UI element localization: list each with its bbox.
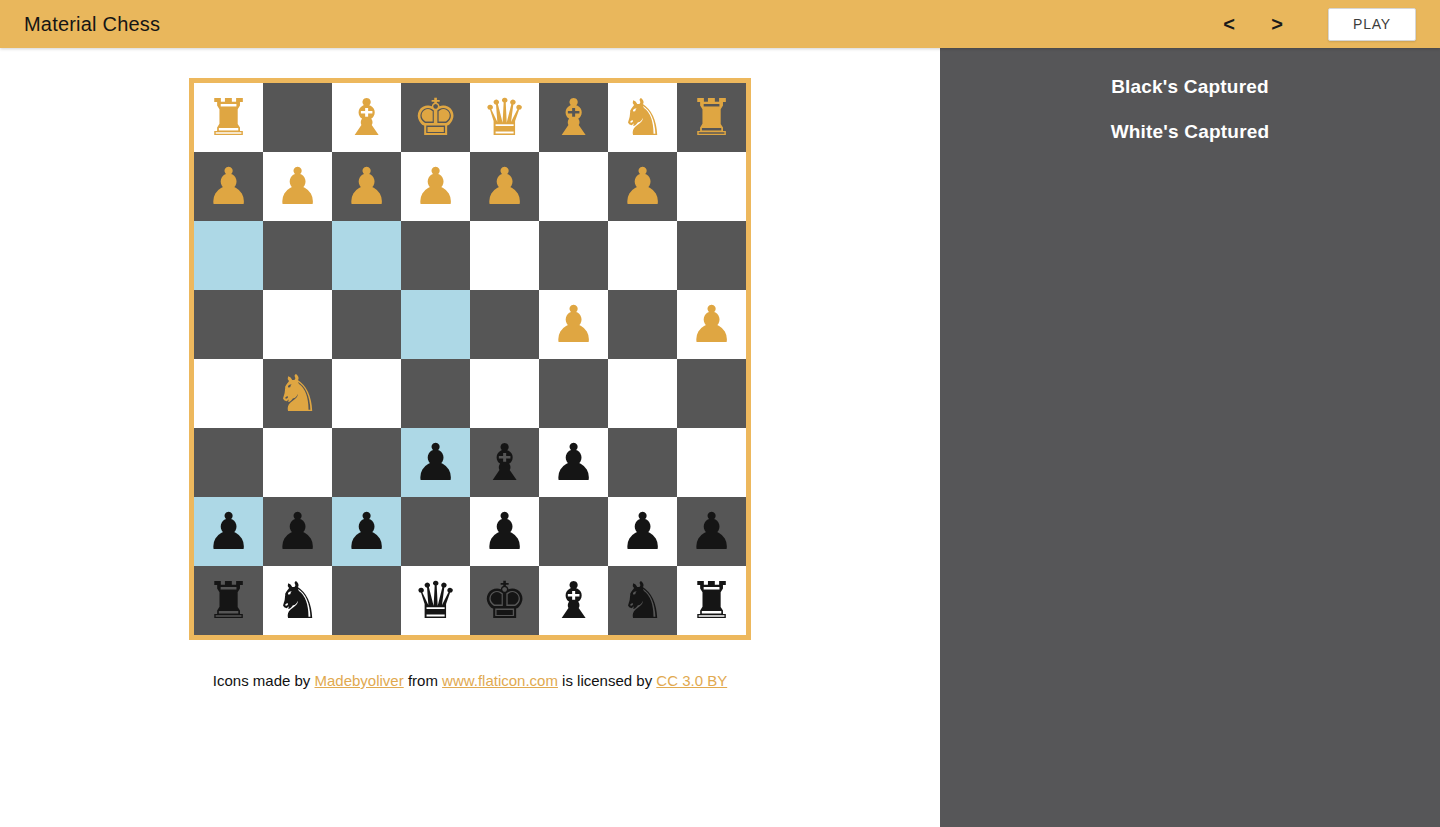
black-pawn-icon: ♟ [470,497,539,566]
white-bishop-icon: ♝ [332,83,401,152]
square[interactable]: ♜ [194,83,263,152]
square[interactable] [194,290,263,359]
square[interactable]: ♟ [470,152,539,221]
icon-attribution: Icons made by Madebyoliver from www.flat… [213,672,727,689]
square[interactable]: ♟ [332,497,401,566]
square[interactable]: ♞ [608,566,677,635]
square[interactable]: ♛ [401,566,470,635]
cc-license-link[interactable]: CC 3.0 BY [656,672,727,689]
square[interactable]: ♟ [608,152,677,221]
square[interactable] [263,290,332,359]
black-bishop-icon: ♝ [539,566,608,635]
white-pawn-icon: ♟ [608,152,677,221]
white-pawn-icon: ♟ [332,152,401,221]
black-knight-icon: ♞ [263,566,332,635]
chevron-left-icon: < [1223,13,1235,35]
square[interactable] [539,221,608,290]
square[interactable]: ♞ [263,566,332,635]
square[interactable] [470,290,539,359]
square[interactable]: ♛ [470,83,539,152]
square[interactable] [677,428,746,497]
black-pawn-icon: ♟ [539,428,608,497]
white-pawn-icon: ♟ [677,290,746,359]
square[interactable]: ♟ [332,152,401,221]
attribution-text: from [404,672,442,689]
white-bishop-icon: ♝ [539,83,608,152]
previous-move-button[interactable]: < [1212,7,1246,41]
square[interactable] [194,221,263,290]
square[interactable]: ♞ [263,359,332,428]
play-button[interactable]: PLAY [1328,8,1416,41]
madebyoliver-link[interactable]: Madebyoliver [315,672,404,689]
square[interactable] [608,290,677,359]
square[interactable] [332,221,401,290]
white-king-icon: ♚ [401,83,470,152]
square[interactable]: ♟ [470,497,539,566]
square[interactable]: ♟ [194,152,263,221]
toolbar-actions: < > PLAY [1212,7,1416,41]
black-pawn-icon: ♟ [677,497,746,566]
square[interactable]: ♟ [194,497,263,566]
square[interactable] [539,497,608,566]
white-rook-icon: ♜ [194,83,263,152]
square[interactable] [401,497,470,566]
main-content: ♜♝♚♛♝♞♜♟♟♟♟♟♟♟♟♞♟♝♟♟♟♟♟♟♟♜♞♛♚♝♞♜ Icons m… [0,48,1440,827]
square[interactable] [677,359,746,428]
white-pawn-icon: ♟ [401,152,470,221]
black-bishop-icon: ♝ [470,428,539,497]
white-pawn-icon: ♟ [194,152,263,221]
square[interactable]: ♟ [401,428,470,497]
square[interactable]: ♟ [263,497,332,566]
square[interactable]: ♞ [608,83,677,152]
square[interactable] [608,221,677,290]
black-king-icon: ♚ [470,566,539,635]
black-captured-heading: Black's Captured [940,76,1440,98]
square[interactable] [539,152,608,221]
white-queen-icon: ♛ [470,83,539,152]
white-pawn-icon: ♟ [539,290,608,359]
square[interactable] [401,221,470,290]
square[interactable] [194,428,263,497]
white-captured-heading: White's Captured [940,121,1440,143]
app-title: Material Chess [24,13,160,36]
black-rook-icon: ♜ [677,566,746,635]
black-queen-icon: ♛ [401,566,470,635]
square[interactable] [332,290,401,359]
square[interactable] [470,221,539,290]
white-pawn-icon: ♟ [263,152,332,221]
square[interactable] [263,428,332,497]
attribution-text: is licensed by [558,672,656,689]
black-knight-icon: ♞ [608,566,677,635]
square[interactable] [608,428,677,497]
square[interactable] [470,359,539,428]
square[interactable]: ♝ [332,83,401,152]
white-pawn-icon: ♟ [470,152,539,221]
captured-pieces-sidebar: Black's Captured White's Captured [940,48,1440,827]
black-rook-icon: ♜ [194,566,263,635]
square[interactable]: ♜ [677,566,746,635]
white-knight-icon: ♞ [608,83,677,152]
flaticon-link[interactable]: www.flaticon.com [442,672,558,689]
attribution-text: Icons made by [213,672,315,689]
square[interactable]: ♝ [470,428,539,497]
square[interactable]: ♟ [401,152,470,221]
square[interactable]: ♟ [677,497,746,566]
black-pawn-icon: ♟ [401,428,470,497]
square[interactable]: ♝ [539,566,608,635]
square[interactable]: ♟ [608,497,677,566]
black-pawn-icon: ♟ [332,497,401,566]
black-pawn-icon: ♟ [608,497,677,566]
square[interactable] [677,152,746,221]
square[interactable] [263,221,332,290]
square[interactable] [263,83,332,152]
white-rook-icon: ♜ [677,83,746,152]
square[interactable]: ♚ [470,566,539,635]
black-pawn-icon: ♟ [194,497,263,566]
square[interactable]: ♝ [539,83,608,152]
square[interactable]: ♚ [401,83,470,152]
black-pawn-icon: ♟ [263,497,332,566]
square[interactable] [677,221,746,290]
square[interactable] [539,359,608,428]
square[interactable]: ♟ [263,152,332,221]
square[interactable]: ♟ [539,290,608,359]
square[interactable] [332,359,401,428]
square[interactable] [332,566,401,635]
square[interactable] [332,428,401,497]
square[interactable] [194,359,263,428]
square[interactable] [608,359,677,428]
board-pane: ♜♝♚♛♝♞♜♟♟♟♟♟♟♟♟♞♟♝♟♟♟♟♟♟♟♜♞♛♚♝♞♜ Icons m… [0,48,940,827]
square[interactable]: ♜ [194,566,263,635]
app-toolbar: Material Chess < > PLAY [0,0,1440,48]
square[interactable]: ♟ [677,290,746,359]
square[interactable] [401,359,470,428]
square[interactable]: ♜ [677,83,746,152]
white-knight-icon: ♞ [263,359,332,428]
chess-board: ♜♝♚♛♝♞♜♟♟♟♟♟♟♟♟♞♟♝♟♟♟♟♟♟♟♜♞♛♚♝♞♜ [189,78,751,640]
chevron-right-icon: > [1271,13,1283,35]
next-move-button[interactable]: > [1260,7,1294,41]
square[interactable]: ♟ [539,428,608,497]
square[interactable] [401,290,470,359]
